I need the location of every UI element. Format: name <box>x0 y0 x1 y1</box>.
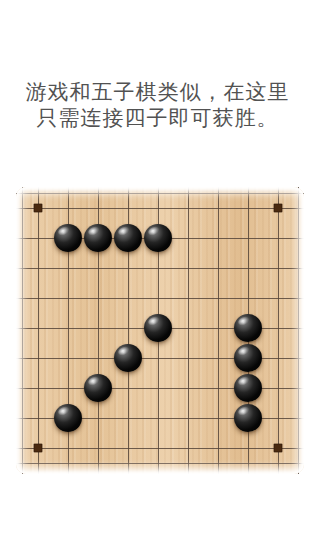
grid-line-horizontal <box>16 208 304 209</box>
black-stone <box>234 404 262 432</box>
black-stone <box>84 374 112 402</box>
instructions-text: 游戏和五子棋类似，在这里 只需连接四子即可获胜。 <box>0 79 315 131</box>
grid-line-vertical <box>38 187 39 474</box>
grid-line-vertical <box>188 187 189 474</box>
grid-line-vertical <box>278 187 279 474</box>
grid-line-horizontal <box>16 463 304 464</box>
star-point <box>274 444 283 453</box>
star-point <box>34 444 43 453</box>
star-point <box>274 204 283 213</box>
grid-line-horizontal <box>16 448 304 449</box>
black-stone <box>84 224 112 252</box>
black-stone <box>144 224 172 252</box>
instructions-line-1: 游戏和五子棋类似，在这里 <box>0 79 315 105</box>
grid-line-horizontal <box>16 268 304 269</box>
black-stone <box>54 404 82 432</box>
instructions-line-2: 只需连接四子即可获胜。 <box>0 105 315 131</box>
grid-line-horizontal <box>16 298 304 299</box>
grid-line-vertical <box>22 187 23 474</box>
black-stone <box>54 224 82 252</box>
black-stone <box>114 224 142 252</box>
black-stone <box>234 314 262 342</box>
black-stone <box>234 344 262 372</box>
game-board[interactable] <box>16 187 304 474</box>
grid-line-vertical <box>218 187 219 474</box>
black-stone <box>234 374 262 402</box>
black-stone <box>114 344 142 372</box>
black-stone <box>144 314 172 342</box>
grid-line-vertical <box>298 187 299 474</box>
grid-line-horizontal <box>16 193 304 194</box>
star-point <box>34 204 43 213</box>
